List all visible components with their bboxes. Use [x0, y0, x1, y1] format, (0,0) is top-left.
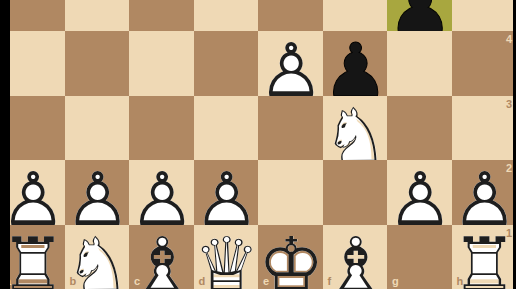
square-b4[interactable] [65, 31, 130, 96]
square-f3[interactable]: ♞♘ [323, 96, 388, 161]
square-d3[interactable] [194, 96, 259, 161]
square-f4[interactable]: ♟ [323, 31, 388, 96]
white-bishop-icon[interactable]: ♝♗ [323, 227, 388, 289]
square-f2[interactable] [323, 160, 388, 225]
coord-rank-2: 2 [506, 163, 512, 174]
coord-file-c: c [134, 276, 140, 287]
coord-rank-1: 1 [506, 228, 512, 239]
white-pawn-icon[interactable]: ♟♙ [65, 162, 130, 227]
white-knight-icon[interactable]: ♞♘ [323, 98, 388, 163]
square-h4[interactable]: 4 [452, 31, 516, 96]
square-g3[interactable] [387, 96, 452, 161]
square-e2[interactable] [258, 160, 323, 225]
square-b5[interactable] [65, 0, 130, 31]
coord-rank-3: 3 [506, 99, 512, 110]
square-f1[interactable]: ♝♗f [323, 225, 388, 289]
coord-file-f: f [328, 276, 332, 287]
coord-file-h: h [457, 276, 464, 287]
coord-file-b: b [70, 276, 77, 287]
square-h2[interactable]: ♟♙2 [452, 160, 516, 225]
square-b3[interactable] [65, 96, 130, 161]
square-h5[interactable]: 5 [452, 0, 516, 31]
square-g4[interactable] [387, 31, 452, 96]
square-g1[interactable]: g [387, 225, 452, 289]
letterbox-left [0, 0, 10, 289]
black-pawn-icon[interactable]: ♟ [323, 33, 388, 98]
square-g2[interactable]: ♟♙ [387, 160, 452, 225]
square-e3[interactable] [258, 96, 323, 161]
square-c3[interactable] [129, 96, 194, 161]
square-d4[interactable] [194, 31, 259, 96]
black-pawn-icon[interactable]: ♟ [387, 0, 452, 33]
square-d2[interactable]: ♟♙ [194, 160, 259, 225]
square-h1[interactable]: ♜♖h1 [452, 225, 516, 289]
square-b2[interactable]: ♟♙ [65, 160, 130, 225]
chess-board[interactable]: ♜♞♝♛♚♝♞♜8♟♟♟♟♟♟76♟5♟♙♟4♞♘3♟♙♟♙♟♙♟♙♟♙♟♙2♜… [0, 0, 516, 289]
square-b1[interactable]: ♞♘b [65, 225, 130, 289]
square-g5[interactable]: ♟ [387, 0, 452, 31]
coord-file-d: d [199, 276, 206, 287]
square-d5[interactable] [194, 0, 259, 31]
square-c2[interactable]: ♟♙ [129, 160, 194, 225]
white-pawn-icon[interactable]: ♟♙ [258, 33, 323, 98]
square-c4[interactable] [129, 31, 194, 96]
white-pawn-icon[interactable]: ♟♙ [387, 162, 452, 227]
square-e1[interactable]: ♚♔e [258, 225, 323, 289]
square-d1[interactable]: ♛♕d [194, 225, 259, 289]
white-pawn-icon[interactable]: ♟♙ [194, 162, 259, 227]
coord-file-g: g [392, 276, 399, 287]
white-pawn-icon[interactable]: ♟♙ [129, 162, 194, 227]
coord-file-e: e [263, 276, 269, 287]
video-frame: ♜♞♝♛♚♝♞♜8♟♟♟♟♟♟76♟5♟♙♟4♞♘3♟♙♟♙♟♙♟♙♟♙♟♙2♜… [0, 0, 516, 289]
coord-rank-4: 4 [506, 34, 512, 45]
square-e4[interactable]: ♟♙ [258, 31, 323, 96]
square-h3[interactable]: 3 [452, 96, 516, 161]
square-c5[interactable] [129, 0, 194, 31]
square-c1[interactable]: ♝♗c [129, 225, 194, 289]
